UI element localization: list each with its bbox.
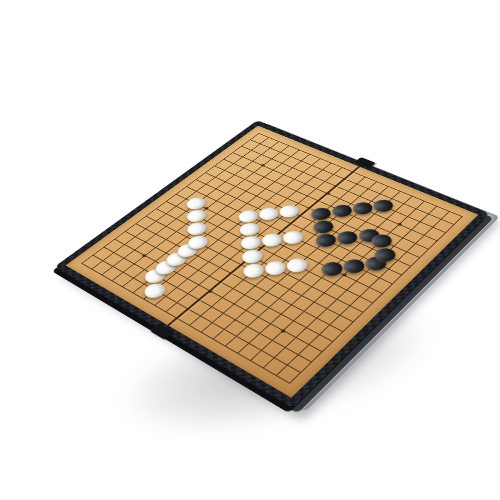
product-photo-scene — [0, 0, 500, 500]
